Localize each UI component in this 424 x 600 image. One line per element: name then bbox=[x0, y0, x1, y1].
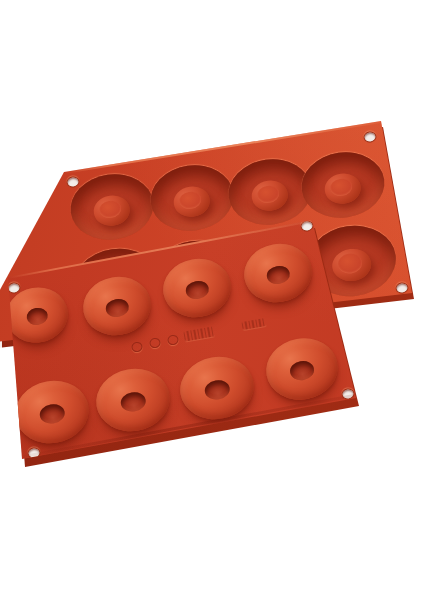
cavity-center-post-top bbox=[256, 184, 281, 205]
donut-bump bbox=[158, 254, 235, 323]
corner-hole bbox=[363, 131, 378, 144]
donut-bump-center-hole bbox=[104, 297, 130, 319]
donut-bump bbox=[239, 239, 316, 308]
donut-bump bbox=[261, 333, 342, 406]
cavity-center-post bbox=[323, 172, 363, 207]
emboss-certification-symbol-icon bbox=[149, 337, 162, 349]
emboss-certification-symbol-icon bbox=[131, 341, 144, 353]
donut-bump bbox=[10, 375, 94, 449]
donut-bump-center-hole bbox=[119, 390, 147, 413]
cavity-center-post bbox=[172, 185, 212, 220]
cavity-center-post bbox=[250, 179, 290, 214]
emboss-lettering bbox=[241, 318, 266, 330]
donut-bump bbox=[91, 363, 175, 437]
corner-hole bbox=[66, 176, 81, 189]
donut-bump bbox=[78, 272, 155, 341]
cavity-center-post-top bbox=[329, 177, 354, 198]
cavity-center-post bbox=[330, 247, 373, 284]
corner-hole bbox=[395, 282, 410, 295]
donut-cavity bbox=[66, 169, 157, 245]
cavity-center-post-top bbox=[178, 190, 203, 211]
donut-cavity bbox=[297, 147, 388, 223]
donut-bump-center-hole bbox=[38, 402, 66, 425]
emboss-certification-symbol-icon bbox=[167, 334, 180, 346]
donut-bump-center-hole bbox=[184, 279, 210, 301]
cavity-center-post-top bbox=[98, 199, 123, 220]
donut-cavity bbox=[146, 160, 237, 236]
product-photo-stage bbox=[0, 0, 424, 600]
donut-bump-center-hole bbox=[265, 264, 291, 286]
cavity-center-post bbox=[92, 194, 132, 229]
emboss-lettering bbox=[183, 326, 214, 341]
donut-bump-center-hole bbox=[25, 306, 49, 326]
donut-bump-center-hole bbox=[203, 378, 231, 401]
cavity-center-post-top bbox=[337, 252, 363, 274]
donut-bump-center-hole bbox=[289, 359, 316, 382]
